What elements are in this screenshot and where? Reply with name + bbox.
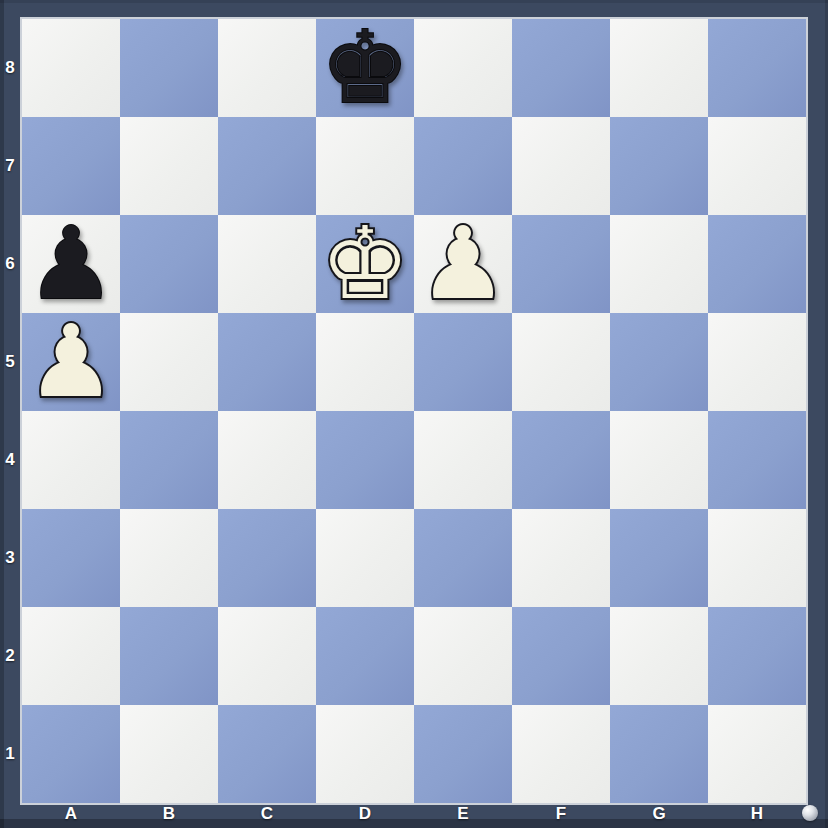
square-d8[interactable]: ♚: [316, 19, 414, 117]
square-f7[interactable]: [512, 117, 610, 215]
square-g6[interactable]: [610, 215, 708, 313]
square-h7[interactable]: [708, 117, 806, 215]
rank-label-5: 5: [0, 313, 20, 411]
square-b3[interactable]: [120, 509, 218, 607]
square-d6[interactable]: ♚: [316, 215, 414, 313]
square-e4[interactable]: [414, 411, 512, 509]
square-c1[interactable]: [218, 705, 316, 803]
square-g2[interactable]: [610, 607, 708, 705]
square-h2[interactable]: [708, 607, 806, 705]
square-a6[interactable]: ♟: [22, 215, 120, 313]
square-d3[interactable]: [316, 509, 414, 607]
square-g8[interactable]: [610, 19, 708, 117]
square-f1[interactable]: [512, 705, 610, 803]
square-d1[interactable]: [316, 705, 414, 803]
file-label-h: H: [708, 804, 806, 824]
square-c7[interactable]: [218, 117, 316, 215]
rank-label-6: 6: [0, 215, 20, 313]
file-label-a: A: [22, 804, 120, 824]
chess-board[interactable]: ♚♟♚♟♟: [20, 17, 808, 805]
square-g5[interactable]: [610, 313, 708, 411]
square-c5[interactable]: [218, 313, 316, 411]
square-b5[interactable]: [120, 313, 218, 411]
rank-label-4: 4: [0, 411, 20, 509]
file-label-d: D: [316, 804, 414, 824]
square-f6[interactable]: [512, 215, 610, 313]
square-f5[interactable]: [512, 313, 610, 411]
square-g1[interactable]: [610, 705, 708, 803]
square-h5[interactable]: [708, 313, 806, 411]
square-f2[interactable]: [512, 607, 610, 705]
piece-white-king[interactable]: ♚: [320, 214, 410, 314]
square-c4[interactable]: [218, 411, 316, 509]
rank-label-3: 3: [0, 509, 20, 607]
square-f8[interactable]: [512, 19, 610, 117]
square-h3[interactable]: [708, 509, 806, 607]
piece-white-pawn[interactable]: ♟: [418, 214, 508, 314]
square-a7[interactable]: [22, 117, 120, 215]
square-e6[interactable]: ♟: [414, 215, 512, 313]
square-a1[interactable]: [22, 705, 120, 803]
square-f4[interactable]: [512, 411, 610, 509]
file-label-e: E: [414, 804, 512, 824]
square-a8[interactable]: [22, 19, 120, 117]
square-c3[interactable]: [218, 509, 316, 607]
file-label-c: C: [218, 804, 316, 824]
square-e5[interactable]: [414, 313, 512, 411]
square-h4[interactable]: [708, 411, 806, 509]
square-f3[interactable]: [512, 509, 610, 607]
white-to-move-indicator: [802, 805, 818, 821]
square-c6[interactable]: [218, 215, 316, 313]
square-e1[interactable]: [414, 705, 512, 803]
board-frame: 87654321 ♚♟♚♟♟ ABCDEFGH: [0, 0, 828, 828]
piece-black-pawn[interactable]: ♟: [26, 214, 116, 314]
square-e3[interactable]: [414, 509, 512, 607]
square-b2[interactable]: [120, 607, 218, 705]
square-g3[interactable]: [610, 509, 708, 607]
square-b8[interactable]: [120, 19, 218, 117]
rank-labels: 87654321: [0, 19, 20, 803]
square-b4[interactable]: [120, 411, 218, 509]
square-a4[interactable]: [22, 411, 120, 509]
rank-label-1: 1: [0, 705, 20, 803]
square-h8[interactable]: [708, 19, 806, 117]
square-a2[interactable]: [22, 607, 120, 705]
square-h6[interactable]: [708, 215, 806, 313]
piece-white-pawn[interactable]: ♟: [26, 312, 116, 412]
square-c2[interactable]: [218, 607, 316, 705]
file-label-f: F: [512, 804, 610, 824]
square-a3[interactable]: [22, 509, 120, 607]
square-e8[interactable]: [414, 19, 512, 117]
rank-label-8: 8: [0, 19, 20, 117]
square-g4[interactable]: [610, 411, 708, 509]
piece-black-king[interactable]: ♚: [320, 18, 410, 118]
rank-label-7: 7: [0, 117, 20, 215]
file-label-g: G: [610, 804, 708, 824]
square-e2[interactable]: [414, 607, 512, 705]
square-d5[interactable]: [316, 313, 414, 411]
square-g7[interactable]: [610, 117, 708, 215]
square-b1[interactable]: [120, 705, 218, 803]
file-label-b: B: [120, 804, 218, 824]
square-b7[interactable]: [120, 117, 218, 215]
square-d4[interactable]: [316, 411, 414, 509]
square-c8[interactable]: [218, 19, 316, 117]
file-labels: ABCDEFGH: [22, 804, 806, 824]
square-e7[interactable]: [414, 117, 512, 215]
square-a5[interactable]: ♟: [22, 313, 120, 411]
square-d2[interactable]: [316, 607, 414, 705]
square-h1[interactable]: [708, 705, 806, 803]
rank-label-2: 2: [0, 607, 20, 705]
square-b6[interactable]: [120, 215, 218, 313]
square-d7[interactable]: [316, 117, 414, 215]
